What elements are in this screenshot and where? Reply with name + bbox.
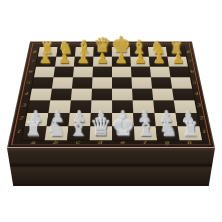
square-f5 xyxy=(131,77,152,88)
square-a4 xyxy=(30,89,52,101)
square-e4 xyxy=(112,89,133,101)
piece-gold-pawn: ♟ xyxy=(39,52,52,66)
file-labels-bottom: abcdefgh xyxy=(21,140,201,147)
piece-gold-pawn: ♟ xyxy=(58,52,71,66)
chess-set-product-photo: abcdefgh abcdefgh 87654321 87654321 ♜♞♝♛… xyxy=(0,0,222,222)
piece-gold-pawn: ♟ xyxy=(96,52,109,66)
square-c7: ♟ xyxy=(74,57,93,67)
square-b6 xyxy=(53,67,73,78)
square-e5 xyxy=(112,77,132,88)
piece-silver-knight: ♞ xyxy=(46,118,65,139)
square-g6 xyxy=(150,67,171,78)
square-g4 xyxy=(152,89,174,101)
square-b7: ♟ xyxy=(55,57,75,67)
piece-silver-rook: ♜ xyxy=(182,120,199,139)
chess-board-frame: abcdefgh abcdefgh 87654321 87654321 ♜♞♝♛… xyxy=(7,42,215,148)
square-h7: ♟ xyxy=(167,57,187,67)
square-b1: ♞ xyxy=(45,126,69,140)
piece-gold-pawn: ♟ xyxy=(115,52,128,66)
square-c1: ♝ xyxy=(67,126,90,140)
square-h6 xyxy=(169,67,190,78)
file-label-h: h xyxy=(178,140,201,147)
square-a1: ♜ xyxy=(22,126,46,140)
square-a5 xyxy=(32,77,54,88)
piece-silver-bishop: ♝ xyxy=(68,117,88,139)
square-e1: ♚ xyxy=(112,126,135,140)
board-perspective-wrapper: abcdefgh abcdefgh 87654321 87654321 ♜♞♝♛… xyxy=(20,0,202,179)
piece-silver-knight: ♞ xyxy=(159,118,178,139)
square-d7: ♟ xyxy=(93,57,112,67)
piece-gold-pawn: ♟ xyxy=(172,52,185,66)
piece-gold-pawn: ♟ xyxy=(153,52,166,66)
square-c5 xyxy=(72,77,93,88)
piece-gold-pawn: ♟ xyxy=(77,52,90,66)
piece-silver-queen: ♛ xyxy=(90,115,112,140)
square-a7: ♟ xyxy=(36,57,56,67)
square-g5 xyxy=(151,77,172,88)
piece-silver-rook: ♜ xyxy=(25,120,42,139)
file-label-d: d xyxy=(89,140,111,147)
piece-silver-king: ♚ xyxy=(111,113,135,140)
square-f7: ♟ xyxy=(130,57,149,67)
square-h4 xyxy=(172,89,194,101)
square-e6 xyxy=(112,67,132,78)
file-label-f: f xyxy=(133,140,156,147)
square-d1: ♛ xyxy=(90,126,112,140)
piece-silver-bishop: ♝ xyxy=(136,117,156,139)
chess-board: ♜♞♝♛♚♝♞♜♟♟♟♟♟♟♟♟♟♟♟♟♟♟♟♟♜♞♝♛♚♝♞♜ xyxy=(22,47,202,140)
square-g1: ♞ xyxy=(156,126,180,140)
file-label-b: b xyxy=(44,140,67,147)
square-d5 xyxy=(92,77,112,88)
piece-gold-pawn: ♟ xyxy=(134,52,147,66)
square-g7: ♟ xyxy=(149,57,169,67)
square-b5 xyxy=(52,77,73,88)
square-d6 xyxy=(92,67,111,78)
square-f6 xyxy=(131,67,151,78)
file-label-g: g xyxy=(155,140,178,147)
square-h1: ♜ xyxy=(178,126,203,140)
square-d4 xyxy=(91,89,112,101)
square-f4 xyxy=(132,89,153,101)
square-c6 xyxy=(73,67,93,78)
file-label-e: e xyxy=(111,140,133,147)
square-e7: ♟ xyxy=(112,57,131,67)
square-f1: ♝ xyxy=(134,126,157,140)
square-b4 xyxy=(50,89,72,101)
file-label-c: c xyxy=(66,140,89,147)
square-h5 xyxy=(170,77,192,88)
square-a6 xyxy=(34,67,55,78)
square-c4 xyxy=(71,89,92,101)
file-label-a: a xyxy=(21,140,44,147)
